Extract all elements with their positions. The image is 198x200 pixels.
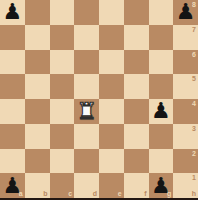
file-label-h: h bbox=[192, 190, 196, 197]
square-f1[interactable]: f bbox=[124, 173, 149, 198]
board-bottom-edge bbox=[0, 198, 198, 200]
square-f5[interactable] bbox=[124, 74, 149, 99]
square-b5[interactable] bbox=[25, 74, 50, 99]
square-f2[interactable] bbox=[124, 149, 149, 174]
square-h1[interactable]: 1h bbox=[173, 173, 198, 198]
square-d4[interactable]: ♜ bbox=[74, 99, 99, 124]
square-f8[interactable] bbox=[124, 0, 149, 25]
square-a3[interactable] bbox=[0, 124, 25, 149]
square-e6[interactable] bbox=[99, 50, 124, 75]
square-a8[interactable]: ♟ bbox=[0, 0, 25, 25]
square-d8[interactable] bbox=[74, 0, 99, 25]
rank-label-2: 2 bbox=[192, 150, 196, 157]
square-b6[interactable] bbox=[25, 50, 50, 75]
square-g3[interactable] bbox=[149, 124, 174, 149]
square-f4[interactable] bbox=[124, 99, 149, 124]
square-d1[interactable]: d bbox=[74, 173, 99, 198]
square-g6[interactable] bbox=[149, 50, 174, 75]
file-label-c: c bbox=[68, 190, 72, 197]
square-f3[interactable] bbox=[124, 124, 149, 149]
square-g1[interactable]: g♟ bbox=[149, 173, 174, 198]
square-g4[interactable]: ♟ bbox=[149, 99, 174, 124]
black-pawn[interactable]: ♟ bbox=[176, 1, 196, 23]
square-e3[interactable] bbox=[99, 124, 124, 149]
square-a2[interactable] bbox=[0, 149, 25, 174]
square-h8[interactable]: 8♟ bbox=[173, 0, 198, 25]
square-h2[interactable]: 2 bbox=[173, 149, 198, 174]
square-b8[interactable] bbox=[25, 0, 50, 25]
square-a6[interactable] bbox=[0, 50, 25, 75]
square-a7[interactable] bbox=[0, 25, 25, 50]
square-h4[interactable]: 4 bbox=[173, 99, 198, 124]
square-e2[interactable] bbox=[99, 149, 124, 174]
square-g7[interactable] bbox=[149, 25, 174, 50]
black-pawn[interactable]: ♟ bbox=[3, 1, 23, 23]
black-pawn[interactable]: ♟ bbox=[151, 175, 171, 197]
square-c6[interactable] bbox=[50, 50, 75, 75]
square-g8[interactable] bbox=[149, 0, 174, 25]
square-b1[interactable]: b bbox=[25, 173, 50, 198]
square-e7[interactable] bbox=[99, 25, 124, 50]
square-f6[interactable] bbox=[124, 50, 149, 75]
square-c8[interactable] bbox=[50, 0, 75, 25]
square-a5[interactable] bbox=[0, 74, 25, 99]
square-h7[interactable]: 7 bbox=[173, 25, 198, 50]
black-pawn[interactable]: ♟ bbox=[3, 175, 23, 197]
square-e1[interactable]: e bbox=[99, 173, 124, 198]
rank-label-5: 5 bbox=[192, 75, 196, 82]
square-e4[interactable] bbox=[99, 99, 124, 124]
square-b7[interactable] bbox=[25, 25, 50, 50]
rank-label-1: 1 bbox=[192, 174, 196, 181]
square-c2[interactable] bbox=[50, 149, 75, 174]
square-h6[interactable]: 6 bbox=[173, 50, 198, 75]
file-label-e: e bbox=[118, 190, 122, 197]
file-label-f: f bbox=[144, 190, 146, 197]
file-label-b: b bbox=[43, 190, 47, 197]
square-e5[interactable] bbox=[99, 74, 124, 99]
square-d3[interactable] bbox=[74, 124, 99, 149]
square-e8[interactable] bbox=[99, 0, 124, 25]
black-pawn[interactable]: ♟ bbox=[151, 100, 171, 122]
square-d5[interactable] bbox=[74, 74, 99, 99]
square-c5[interactable] bbox=[50, 74, 75, 99]
white-rook[interactable]: ♜ bbox=[76, 100, 97, 123]
square-a4[interactable] bbox=[0, 99, 25, 124]
square-f7[interactable] bbox=[124, 25, 149, 50]
square-g5[interactable] bbox=[149, 74, 174, 99]
square-d7[interactable] bbox=[74, 25, 99, 50]
rank-label-4: 4 bbox=[192, 100, 196, 107]
square-c3[interactable] bbox=[50, 124, 75, 149]
square-b4[interactable] bbox=[25, 99, 50, 124]
square-h5[interactable]: 5 bbox=[173, 74, 198, 99]
square-c4[interactable] bbox=[50, 99, 75, 124]
square-b3[interactable] bbox=[25, 124, 50, 149]
chess-board: ♟8♟765♜♟432a♟bcdefg♟1h bbox=[0, 0, 198, 198]
square-c1[interactable]: c bbox=[50, 173, 75, 198]
square-b2[interactable] bbox=[25, 149, 50, 174]
rank-label-3: 3 bbox=[192, 125, 196, 132]
file-label-d: d bbox=[93, 190, 97, 197]
square-g2[interactable] bbox=[149, 149, 174, 174]
square-h3[interactable]: 3 bbox=[173, 124, 198, 149]
square-d6[interactable] bbox=[74, 50, 99, 75]
rank-label-7: 7 bbox=[192, 26, 196, 33]
square-d2[interactable] bbox=[74, 149, 99, 174]
rank-label-6: 6 bbox=[192, 51, 196, 58]
square-c7[interactable] bbox=[50, 25, 75, 50]
square-a1[interactable]: a♟ bbox=[0, 173, 25, 198]
